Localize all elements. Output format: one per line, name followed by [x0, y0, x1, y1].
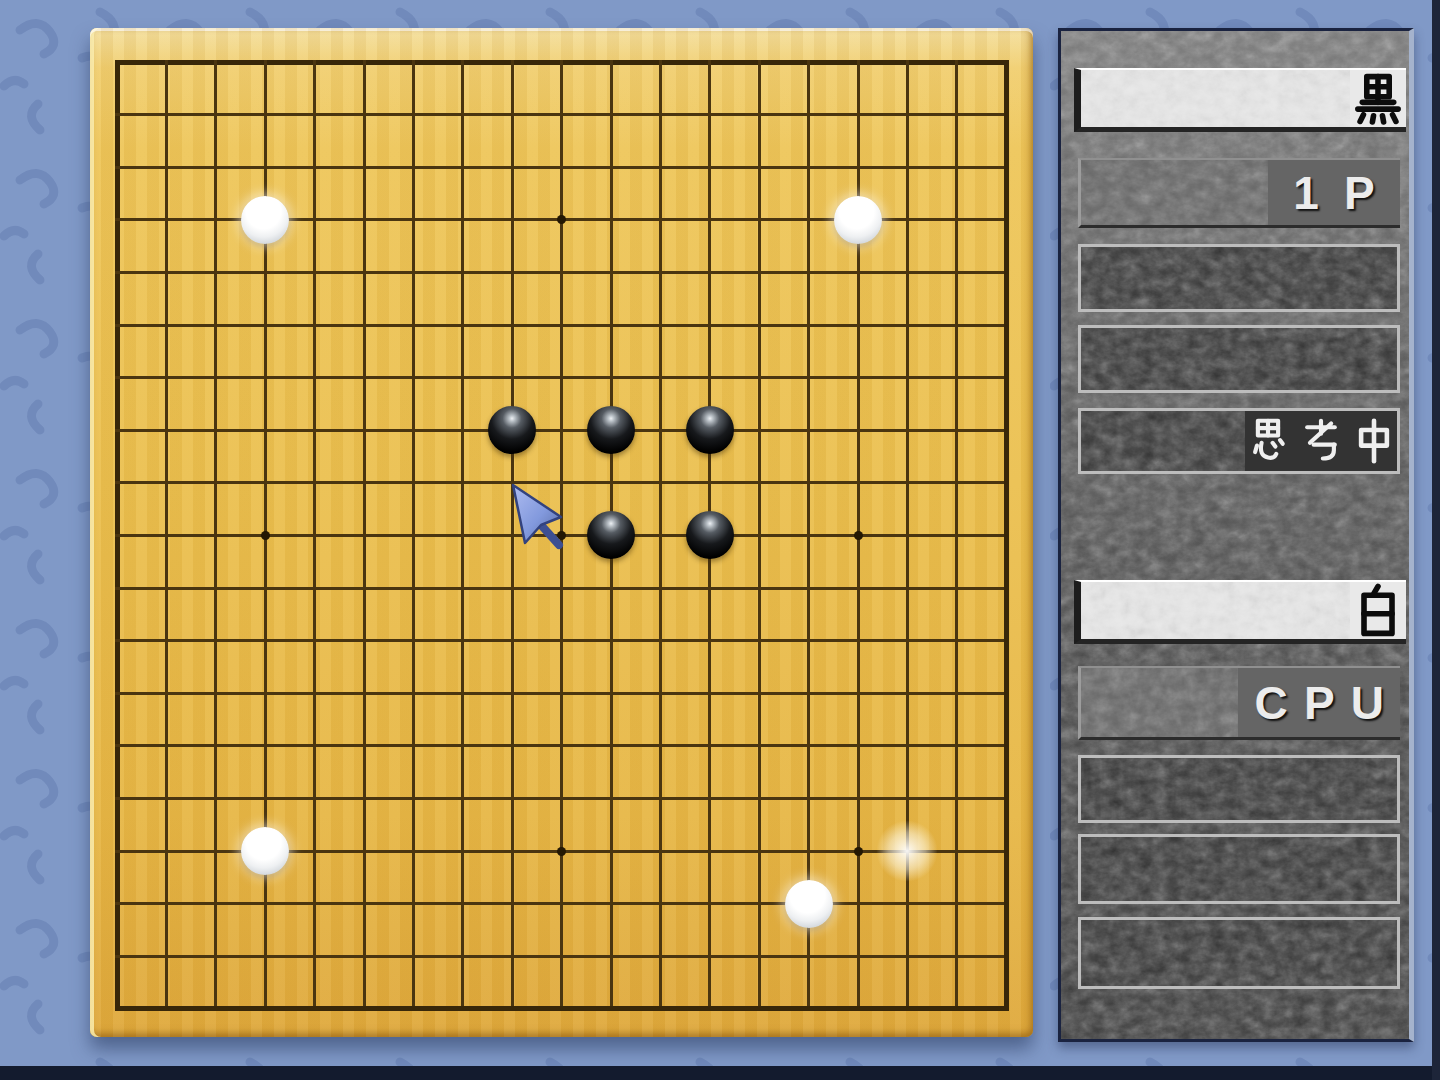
granite-texture — [1081, 328, 1397, 390]
black-section-header — [1074, 68, 1406, 132]
black-stone — [686, 406, 734, 454]
white-stone — [241, 196, 289, 244]
granite-texture — [1081, 70, 1350, 127]
black-stone — [587, 406, 635, 454]
black-title — [1350, 71, 1406, 127]
grid-line-vertical — [807, 60, 810, 1011]
grid-line-vertical — [955, 60, 958, 1011]
granite-texture — [1081, 247, 1397, 309]
star-point — [854, 531, 863, 540]
go-board[interactable] — [90, 28, 1033, 1037]
granite-texture — [1081, 582, 1350, 639]
star-point — [557, 215, 566, 224]
status-sidebar: 1P 0 0:01/ 29:56 CPU 0 0:01/ 29:59 — [1058, 28, 1414, 1042]
black-player-label: 1P — [1268, 166, 1400, 220]
kanji-glyph — [1351, 418, 1397, 464]
grid-line-vertical — [758, 60, 761, 1011]
white-player-label: CPU — [1238, 676, 1400, 730]
granite-texture — [1081, 920, 1397, 986]
grid-line-horizontal — [115, 639, 1008, 642]
granite-texture — [1081, 668, 1238, 737]
grid-line-horizontal — [115, 587, 1008, 590]
white-captures-panel: 0 — [1078, 755, 1400, 823]
grid-line-horizontal — [115, 797, 1008, 800]
black-stone — [488, 406, 536, 454]
kanji-glyph — [1298, 418, 1344, 464]
cursor-arrow — [495, 471, 575, 561]
game-screen: 1P 0 0:01/ 29:56 CPU 0 0:01/ 29:59 — [0, 0, 1440, 1080]
black-stone — [587, 511, 635, 559]
white-clock-panel: 0:01/ 29:59 — [1078, 834, 1400, 904]
star-point — [557, 847, 566, 856]
kanji-glyph — [1350, 71, 1406, 127]
white-player-panel: CPU — [1078, 666, 1400, 740]
screen-edge-right — [1432, 0, 1440, 1080]
white-ghost-stone — [876, 820, 938, 882]
granite-texture — [1081, 160, 1268, 225]
star-point — [854, 847, 863, 856]
black-status-panel — [1078, 408, 1400, 474]
black-status-thinking — [1245, 418, 1397, 464]
grid-line-horizontal — [115, 955, 1008, 958]
kanji-glyph — [1350, 583, 1406, 639]
white-title — [1350, 583, 1406, 639]
granite-texture — [1081, 758, 1397, 820]
white-stone — [785, 880, 833, 928]
white-stone — [241, 827, 289, 875]
black-stone — [686, 511, 734, 559]
star-point — [261, 531, 270, 540]
black-clock-panel: 0:01/ 29:56 — [1078, 325, 1400, 393]
grid-line-horizontal — [115, 744, 1008, 747]
grid-line-vertical — [1004, 60, 1009, 1011]
black-player-panel: 1P — [1078, 158, 1400, 228]
granite-texture — [1081, 837, 1397, 901]
kanji-glyph — [1245, 418, 1291, 464]
white-stone — [834, 196, 882, 244]
grid-line-horizontal — [115, 692, 1008, 695]
grid-line-horizontal — [115, 1006, 1008, 1011]
screen-edge-bottom — [0, 1066, 1440, 1080]
black-captures-panel: 0 — [1078, 244, 1400, 312]
grid-line-horizontal — [115, 902, 1008, 905]
grid-line-vertical — [659, 60, 662, 1011]
white-section-header — [1074, 580, 1406, 644]
granite-texture — [1081, 411, 1245, 471]
white-status-panel-empty — [1078, 917, 1400, 989]
